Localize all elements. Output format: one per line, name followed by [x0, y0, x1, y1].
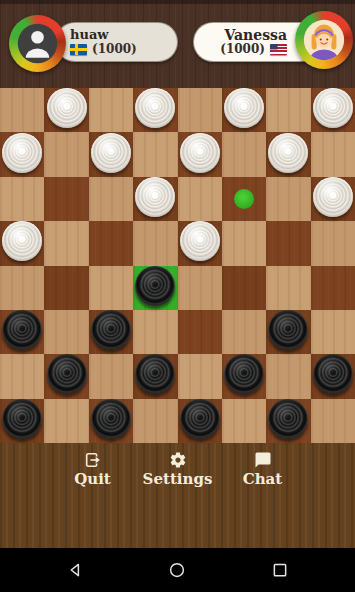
- square-c4[interactable]: [89, 266, 133, 310]
- sweden-flag-icon: [70, 44, 87, 55]
- android-recents-button[interactable]: [271, 561, 289, 579]
- square-e7[interactable]: [178, 132, 222, 176]
- black-piece-h2[interactable]: [313, 354, 353, 394]
- black-piece-a1[interactable]: [2, 399, 42, 439]
- square-g5[interactable]: [266, 221, 310, 265]
- move-hint-dot[interactable]: [234, 189, 254, 209]
- square-f6[interactable]: [222, 177, 266, 221]
- square-b1[interactable]: [44, 399, 88, 443]
- white-piece-g7[interactable]: [268, 133, 308, 173]
- white-piece-f8[interactable]: [224, 88, 264, 128]
- player-left-name: huaw: [70, 28, 109, 42]
- square-d6[interactable]: [133, 177, 177, 221]
- square-g2[interactable]: [266, 354, 310, 398]
- square-a7[interactable]: [0, 132, 44, 176]
- player-right-rating: (1000): [220, 43, 265, 56]
- square-a4[interactable]: [0, 266, 44, 310]
- square-e2[interactable]: [178, 354, 222, 398]
- home-circle-icon: [168, 561, 186, 579]
- black-piece-f2[interactable]: [224, 354, 264, 394]
- quit-label: Quit: [74, 470, 111, 488]
- player-left-plate: huaw (1000): [55, 22, 178, 62]
- square-a5[interactable]: [0, 221, 44, 265]
- white-piece-h8[interactable]: [313, 88, 353, 128]
- square-g7[interactable]: [266, 132, 310, 176]
- recents-square-icon: [271, 561, 289, 579]
- square-g3[interactable]: [266, 310, 310, 354]
- square-d4[interactable]: [133, 266, 177, 310]
- bottom-panel: Quit Settings Chat: [0, 443, 355, 548]
- white-piece-d8[interactable]: [135, 88, 175, 128]
- square-h7[interactable]: [311, 132, 355, 176]
- square-g6[interactable]: [266, 177, 310, 221]
- chat-button[interactable]: Chat: [228, 451, 298, 488]
- square-f3[interactable]: [222, 310, 266, 354]
- square-a2[interactable]: [0, 354, 44, 398]
- black-piece-c3[interactable]: [91, 310, 131, 350]
- square-b8[interactable]: [44, 88, 88, 132]
- square-d3[interactable]: [133, 310, 177, 354]
- android-home-button[interactable]: [168, 561, 186, 579]
- white-piece-b8[interactable]: [47, 88, 87, 128]
- android-back-button[interactable]: [66, 561, 84, 579]
- black-piece-b2[interactable]: [47, 354, 87, 394]
- white-piece-h6[interactable]: [313, 177, 353, 217]
- square-d5[interactable]: [133, 221, 177, 265]
- player-left-avatar: [9, 15, 66, 72]
- black-piece-g3[interactable]: [268, 310, 308, 350]
- action-bar: Quit Settings Chat: [0, 443, 355, 488]
- square-h2[interactable]: [311, 354, 355, 398]
- white-piece-a5[interactable]: [2, 221, 42, 261]
- gear-icon: [169, 451, 187, 469]
- android-navbar: [0, 548, 355, 592]
- square-f5[interactable]: [222, 221, 266, 265]
- player-right-name: Vanessa: [224, 28, 287, 42]
- square-d8[interactable]: [133, 88, 177, 132]
- square-c7[interactable]: [89, 132, 133, 176]
- square-f8[interactable]: [222, 88, 266, 132]
- square-c1[interactable]: [89, 399, 133, 443]
- chat-label: Chat: [243, 470, 283, 488]
- square-h8[interactable]: [311, 88, 355, 132]
- black-piece-d4[interactable]: [135, 266, 175, 306]
- square-f1[interactable]: [222, 399, 266, 443]
- square-a8[interactable]: [0, 88, 44, 132]
- square-a6[interactable]: [0, 177, 44, 221]
- square-f7[interactable]: [222, 132, 266, 176]
- square-d7[interactable]: [133, 132, 177, 176]
- black-piece-c1[interactable]: [91, 399, 131, 439]
- square-b4[interactable]: [44, 266, 88, 310]
- white-piece-a7[interactable]: [2, 133, 42, 173]
- checkers-board: [0, 88, 355, 443]
- white-piece-c7[interactable]: [91, 133, 131, 173]
- square-b6[interactable]: [44, 177, 88, 221]
- square-g8[interactable]: [266, 88, 310, 132]
- exit-icon: [84, 451, 102, 469]
- header: huaw (1000) Vanessa (1000): [0, 0, 355, 88]
- square-c6[interactable]: [89, 177, 133, 221]
- square-a3[interactable]: [0, 310, 44, 354]
- square-e3[interactable]: [178, 310, 222, 354]
- black-piece-d2[interactable]: [135, 354, 175, 394]
- girl-avatar-icon: [300, 16, 348, 64]
- person-icon: [14, 20, 61, 67]
- black-piece-g1[interactable]: [268, 399, 308, 439]
- square-b7[interactable]: [44, 132, 88, 176]
- white-piece-e5[interactable]: [180, 221, 220, 261]
- square-e5[interactable]: [178, 221, 222, 265]
- square-g4[interactable]: [266, 266, 310, 310]
- black-piece-e1[interactable]: [180, 399, 220, 439]
- square-b5[interactable]: [44, 221, 88, 265]
- square-e4[interactable]: [178, 266, 222, 310]
- square-f2[interactable]: [222, 354, 266, 398]
- square-c5[interactable]: [89, 221, 133, 265]
- square-e1[interactable]: [178, 399, 222, 443]
- square-h4[interactable]: [311, 266, 355, 310]
- player-right-avatar: [295, 11, 353, 69]
- chat-bubble-icon: [254, 451, 272, 469]
- player-left-rating: (1000): [92, 43, 137, 56]
- square-h1[interactable]: [311, 399, 355, 443]
- square-c2[interactable]: [89, 354, 133, 398]
- square-d1[interactable]: [133, 399, 177, 443]
- settings-label: Settings: [143, 470, 213, 488]
- square-a1[interactable]: [0, 399, 44, 443]
- white-piece-d6[interactable]: [135, 177, 175, 217]
- us-flag-icon: [270, 44, 287, 55]
- quit-button[interactable]: Quit: [58, 451, 128, 488]
- square-b2[interactable]: [44, 354, 88, 398]
- square-c3[interactable]: [89, 310, 133, 354]
- square-h3[interactable]: [311, 310, 355, 354]
- black-piece-a3[interactable]: [2, 310, 42, 350]
- settings-button[interactable]: Settings: [143, 451, 213, 488]
- app-screen: huaw (1000) Vanessa (1000): [0, 0, 355, 592]
- square-b3[interactable]: [44, 310, 88, 354]
- square-e8[interactable]: [178, 88, 222, 132]
- square-e6[interactable]: [178, 177, 222, 221]
- back-triangle-icon: [66, 561, 84, 579]
- white-piece-e7[interactable]: [180, 133, 220, 173]
- square-h6[interactable]: [311, 177, 355, 221]
- square-g1[interactable]: [266, 399, 310, 443]
- square-h5[interactable]: [311, 221, 355, 265]
- square-c8[interactable]: [89, 88, 133, 132]
- square-d2[interactable]: [133, 354, 177, 398]
- square-f4[interactable]: [222, 266, 266, 310]
